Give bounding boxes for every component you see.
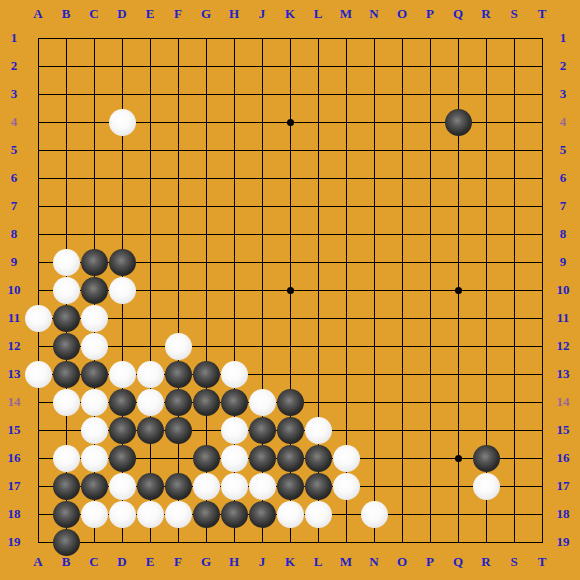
stone-white[interactable] [109,109,136,136]
stone-black[interactable] [277,389,304,416]
stone-white[interactable] [109,277,136,304]
stone-white[interactable] [361,501,388,528]
stone-white[interactable] [305,417,332,444]
coordinate-label-top: E [137,6,163,22]
stone-black[interactable] [53,501,80,528]
stone-black[interactable] [165,473,192,500]
stone-black[interactable] [305,445,332,472]
stone-white[interactable] [221,473,248,500]
stone-black[interactable] [249,417,276,444]
stone-black[interactable] [53,333,80,360]
coordinate-label-bottom: Q [445,554,471,570]
stone-white[interactable] [305,501,332,528]
coordinate-label-bottom: H [221,554,247,570]
stone-black[interactable] [445,109,472,136]
coordinate-label-left: 14 [1,394,27,410]
stone-white[interactable] [221,445,248,472]
coordinate-label-right: 10 [550,282,576,298]
coordinate-label-top: B [53,6,79,22]
stone-white[interactable] [333,473,360,500]
coordinate-label-bottom: J [249,554,275,570]
coordinate-label-left: 1 [1,30,27,46]
coordinate-label-left: 3 [1,86,27,102]
coordinate-label-right: 7 [550,198,576,214]
coordinate-label-top: H [221,6,247,22]
stone-white[interactable] [137,361,164,388]
stone-white[interactable] [221,361,248,388]
coordinate-label-bottom: E [137,554,163,570]
stone-white[interactable] [81,389,108,416]
coordinate-label-top: J [249,6,275,22]
grid-line-vertical [430,38,431,543]
coordinate-label-right: 5 [550,142,576,158]
stone-black[interactable] [249,501,276,528]
coordinate-label-bottom: O [389,554,415,570]
stone-white[interactable] [249,389,276,416]
coordinate-label-top: Q [445,6,471,22]
coordinate-label-top: C [81,6,107,22]
coordinate-label-left: 19 [1,534,27,550]
stone-black[interactable] [277,445,304,472]
stone-white[interactable] [25,361,52,388]
coordinate-label-right: 11 [550,310,576,326]
coordinate-label-bottom: S [501,554,527,570]
star-point [455,455,462,462]
coordinate-label-left: 6 [1,170,27,186]
stone-white[interactable] [81,417,108,444]
coordinate-label-top: K [277,6,303,22]
stone-black[interactable] [109,417,136,444]
coordinate-label-left: 2 [1,58,27,74]
coordinate-label-bottom: K [277,554,303,570]
stone-white[interactable] [25,305,52,332]
stone-black[interactable] [81,277,108,304]
coordinate-label-top: G [193,6,219,22]
stone-white[interactable] [109,473,136,500]
stone-white[interactable] [221,417,248,444]
stone-black[interactable] [81,361,108,388]
coordinate-label-right: 3 [550,86,576,102]
coordinate-label-right: 1 [550,30,576,46]
coordinate-label-right: 12 [550,338,576,354]
coordinate-label-right: 2 [550,58,576,74]
coordinate-label-bottom: N [361,554,387,570]
coordinate-label-left: 11 [1,310,27,326]
stone-black[interactable] [137,473,164,500]
grid-line-vertical [402,38,403,543]
coordinate-label-right: 18 [550,506,576,522]
stone-black[interactable] [109,389,136,416]
grid-line-horizontal [38,346,543,347]
stone-white[interactable] [53,249,80,276]
coordinate-label-left: 8 [1,226,27,242]
coordinate-label-right: 6 [550,170,576,186]
coordinate-label-bottom: A [25,554,51,570]
coordinate-label-top: R [473,6,499,22]
coordinate-label-left: 7 [1,198,27,214]
stone-black[interactable] [277,473,304,500]
coordinate-label-top: A [25,6,51,22]
stone-white[interactable] [81,305,108,332]
grid-line-horizontal [38,318,543,319]
stone-black[interactable] [109,249,136,276]
coordinate-label-left: 15 [1,422,27,438]
coordinate-label-bottom: R [473,554,499,570]
stone-black[interactable] [165,361,192,388]
stone-black[interactable] [277,417,304,444]
stone-white[interactable] [249,473,276,500]
go-board[interactable]: AA11BB22CC33DD44EE55FF66GG77HH88JJ99KK10… [0,0,580,580]
stone-white[interactable] [137,501,164,528]
stone-black[interactable] [473,445,500,472]
coordinate-label-top: F [165,6,191,22]
coordinate-label-right: 16 [550,450,576,466]
coordinate-label-top: L [305,6,331,22]
coordinate-label-right: 9 [550,254,576,270]
coordinate-label-top: D [109,6,135,22]
coordinate-label-top: M [333,6,359,22]
coordinate-label-right: 14 [550,394,576,410]
stone-black[interactable] [137,417,164,444]
stone-black[interactable] [81,473,108,500]
stone-black[interactable] [305,473,332,500]
coordinate-label-right: 8 [550,226,576,242]
star-point [455,287,462,294]
coordinate-label-left: 4 [1,114,27,130]
coordinate-label-top: T [529,6,555,22]
stone-white[interactable] [165,333,192,360]
stone-white[interactable] [109,501,136,528]
coordinate-label-bottom: C [81,554,107,570]
stone-black[interactable] [193,361,220,388]
grid-line-vertical [542,38,543,543]
stone-black[interactable] [193,445,220,472]
stone-white[interactable] [333,445,360,472]
coordinate-label-left: 13 [1,366,27,382]
stone-white[interactable] [53,277,80,304]
stone-white[interactable] [109,361,136,388]
coordinate-label-left: 16 [1,450,27,466]
stone-black[interactable] [53,361,80,388]
coordinate-label-bottom: T [529,554,555,570]
coordinate-label-top: S [501,6,527,22]
stone-black[interactable] [53,529,80,556]
stone-white[interactable] [53,445,80,472]
coordinate-label-left: 10 [1,282,27,298]
stone-black[interactable] [81,249,108,276]
coordinate-label-bottom: L [305,554,331,570]
coordinate-label-left: 12 [1,338,27,354]
coordinate-label-top: N [361,6,387,22]
coordinate-label-right: 19 [550,534,576,550]
stone-white[interactable] [81,501,108,528]
coordinate-label-bottom: F [165,554,191,570]
stone-white[interactable] [53,389,80,416]
stone-white[interactable] [193,473,220,500]
stone-white[interactable] [81,445,108,472]
coordinate-label-left: 5 [1,142,27,158]
coordinate-label-left: 9 [1,254,27,270]
stone-black[interactable] [165,389,192,416]
coordinate-label-bottom: D [109,554,135,570]
coordinate-label-left: 17 [1,478,27,494]
stone-black[interactable] [53,305,80,332]
stone-white[interactable] [277,501,304,528]
stone-black[interactable] [221,501,248,528]
coordinate-label-bottom: G [193,554,219,570]
grid-line-horizontal [38,542,543,543]
coordinate-label-top: P [417,6,443,22]
stone-white[interactable] [165,501,192,528]
stone-black[interactable] [193,389,220,416]
stone-black[interactable] [165,417,192,444]
coordinate-label-bottom: P [417,554,443,570]
stone-black[interactable] [249,445,276,472]
stone-white[interactable] [137,389,164,416]
coordinate-label-top: O [389,6,415,22]
grid-line-vertical [514,38,515,543]
coordinate-label-right: 15 [550,422,576,438]
stone-white[interactable] [473,473,500,500]
coordinate-label-bottom: B [53,554,79,570]
coordinate-label-right: 4 [550,114,576,130]
grid-line-vertical [374,38,375,543]
stone-black[interactable] [109,445,136,472]
coordinate-label-left: 18 [1,506,27,522]
stone-black[interactable] [53,473,80,500]
coordinate-label-right: 17 [550,478,576,494]
stone-black[interactable] [221,389,248,416]
star-point [287,119,294,126]
coordinate-label-right: 13 [550,366,576,382]
coordinate-label-bottom: M [333,554,359,570]
stone-black[interactable] [193,501,220,528]
stone-white[interactable] [81,333,108,360]
star-point [287,287,294,294]
